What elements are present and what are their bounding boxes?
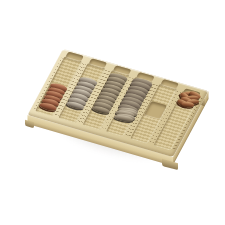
product-photo-scene xyxy=(0,0,225,225)
